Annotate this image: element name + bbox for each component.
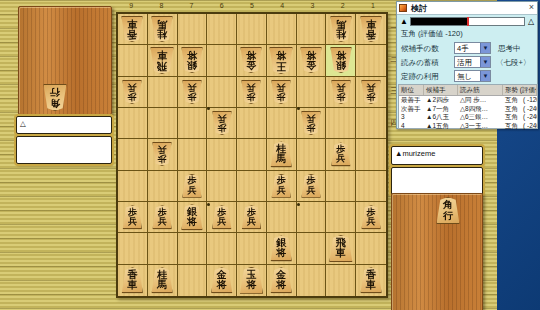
square-5五[interactable] bbox=[237, 139, 267, 170]
shogi-board[interactable]: 香車桂馬桂馬香車飛車銀将金将王将金将銀将歩兵歩兵歩兵歩兵歩兵歩兵歩兵歩兵歩兵桂馬… bbox=[116, 12, 388, 298]
gote-piece-歩兵[interactable]: 歩兵 bbox=[271, 80, 291, 104]
file-label-7: 7 bbox=[176, 1, 206, 11]
sente-piece-stand[interactable]: 角行 bbox=[391, 193, 483, 310]
gote-time-box bbox=[16, 136, 112, 164]
square-4六[interactable]: 歩兵 bbox=[267, 171, 297, 202]
sente-piece-玉将[interactable]: 玉将 bbox=[239, 267, 263, 294]
sente-name-plate: ▲murizeme bbox=[391, 146, 483, 165]
piece-kanji: 金将 bbox=[306, 50, 317, 71]
eval-value: ( -240) bbox=[523, 122, 537, 131]
gote-piece-歩兵[interactable]: 歩兵 bbox=[212, 111, 232, 135]
square-4四[interactable] bbox=[267, 108, 297, 139]
analysis-title-bar[interactable]: 検討 × bbox=[397, 2, 537, 15]
square-9一[interactable]: 香車 bbox=[118, 14, 148, 45]
square-1九[interactable]: 香車 bbox=[356, 265, 386, 296]
piece-kanji: 桂馬 bbox=[157, 19, 168, 40]
table-header-row: 順位 候補手 読み筋 形勢 (評価値) bbox=[399, 85, 537, 96]
move-cell: ▲2四歩 bbox=[424, 96, 458, 105]
sente-piece-歩兵[interactable]: 歩兵 bbox=[271, 174, 291, 198]
file-label-1: 1 bbox=[358, 1, 388, 11]
piece-kanji: 歩兵 bbox=[366, 82, 376, 101]
square-2二[interactable]: 銀将 bbox=[326, 45, 356, 76]
file-coordinates: 987654321 bbox=[116, 1, 388, 11]
piece-kanji: 歩兵 bbox=[217, 208, 227, 227]
evaluation-bar-fill bbox=[411, 18, 468, 25]
outlook-cell: 互角( -120) bbox=[503, 96, 537, 105]
square-4三[interactable]: 歩兵 bbox=[267, 77, 297, 108]
square-7六[interactable]: 歩兵 bbox=[178, 171, 208, 202]
piece-kanji: 歩兵 bbox=[276, 82, 286, 101]
square-8六[interactable] bbox=[148, 171, 178, 202]
thinking-status: 思考中 bbox=[498, 44, 521, 54]
square-6六[interactable] bbox=[207, 171, 237, 202]
gote-piece-銀将[interactable]: 銀将 bbox=[181, 47, 203, 73]
gote-name-label: △ bbox=[17, 117, 111, 128]
candidate-row[interactable]: 次善手▲7一角△8四飛…互角( -240) bbox=[399, 105, 537, 114]
piece-kanji: 王将 bbox=[276, 50, 287, 71]
reading-accum-label: 読みの蓄積 bbox=[401, 58, 439, 68]
square-2三[interactable]: 歩兵 bbox=[326, 77, 356, 108]
square-5一[interactable] bbox=[237, 14, 267, 45]
line-cell: △8四飛… bbox=[458, 105, 503, 114]
gote-piece-歩兵[interactable]: 歩兵 bbox=[122, 80, 142, 104]
table-body: 最善手▲2四歩△同 歩…互角( -120)次善手▲7一角△8四飛…互角( -24… bbox=[399, 96, 537, 130]
sente-piece-歩兵[interactable]: 歩兵 bbox=[212, 205, 232, 229]
sente-piece-飛車[interactable]: 飛車 bbox=[329, 235, 353, 262]
piece-kanji: 歩兵 bbox=[366, 208, 376, 227]
evaluation-marker bbox=[467, 17, 469, 26]
piece-kanji: 銀将 bbox=[186, 207, 197, 228]
piece-kanji: 香車 bbox=[127, 19, 138, 40]
gote-piece-歩兵[interactable]: 歩兵 bbox=[361, 80, 381, 104]
square-5七[interactable]: 歩兵 bbox=[237, 202, 267, 233]
square-9五[interactable] bbox=[118, 139, 148, 170]
sente-piece-歩兵[interactable]: 歩兵 bbox=[182, 174, 202, 198]
square-8四[interactable] bbox=[148, 108, 178, 139]
piece-kanji: 歩兵 bbox=[336, 82, 346, 101]
header-rank: 順位 bbox=[399, 85, 424, 95]
square-3一[interactable] bbox=[297, 14, 327, 45]
piece-kanji: 歩兵 bbox=[127, 82, 137, 101]
sente-piece-歩兵[interactable]: 歩兵 bbox=[361, 205, 381, 229]
piece-kanji: 銀将 bbox=[276, 238, 287, 259]
square-2一[interactable]: 桂馬 bbox=[326, 14, 356, 45]
square-7七[interactable]: 銀将 bbox=[178, 202, 208, 233]
square-3二[interactable]: 金将 bbox=[297, 45, 327, 76]
square-1六[interactable] bbox=[356, 171, 386, 202]
candidate-count-label: 候補手の数 bbox=[401, 44, 439, 54]
chevron-down-icon[interactable]: ▼ bbox=[480, 71, 490, 81]
candidate-count-value: 4手 bbox=[457, 44, 469, 54]
eval-value: ( -240) bbox=[523, 105, 537, 114]
gote-mark: △ bbox=[528, 16, 534, 27]
piece-kanji: 角行 bbox=[443, 200, 454, 221]
square-1三[interactable]: 歩兵 bbox=[356, 77, 386, 108]
piece-kanji: 歩兵 bbox=[306, 176, 316, 195]
assessment-text: 互角 (評価値 -120) bbox=[401, 29, 463, 39]
square-5六[interactable] bbox=[237, 171, 267, 202]
square-9三[interactable]: 歩兵 bbox=[118, 77, 148, 108]
gote-piece-歩兵[interactable]: 歩兵 bbox=[241, 80, 261, 104]
square-2九[interactable] bbox=[326, 265, 356, 296]
piece-kanji: 歩兵 bbox=[157, 145, 167, 164]
sente-piece-歩兵[interactable]: 歩兵 bbox=[241, 205, 261, 229]
square-1一[interactable]: 香車 bbox=[356, 14, 386, 45]
piece-kanji: 歩兵 bbox=[336, 145, 346, 164]
gote-piece-香車[interactable]: 香車 bbox=[360, 16, 382, 42]
app-icon bbox=[399, 4, 407, 12]
move-cell: ▲7一角 bbox=[424, 105, 458, 114]
piece-kanji: 歩兵 bbox=[127, 208, 137, 227]
square-6八[interactable] bbox=[207, 233, 237, 264]
sente-piece-香車[interactable]: 香車 bbox=[121, 267, 143, 293]
square-6一[interactable] bbox=[207, 14, 237, 45]
rank-cell: 次善手 bbox=[399, 105, 424, 114]
outlook-cell: 互角( -240) bbox=[503, 105, 537, 114]
square-6三[interactable] bbox=[207, 77, 237, 108]
sente-piece-歩兵[interactable]: 歩兵 bbox=[331, 142, 351, 166]
piece-kanji: 金将 bbox=[246, 50, 257, 71]
line-cell: △3一玉… bbox=[458, 122, 503, 131]
sente-piece-角行[interactable]: 角行 bbox=[436, 197, 460, 224]
square-1七[interactable]: 歩兵 bbox=[356, 202, 386, 233]
header-move: 候補手 bbox=[424, 85, 458, 95]
eval-value: ( -240) bbox=[523, 113, 537, 122]
square-9九[interactable]: 香車 bbox=[118, 265, 148, 296]
star-point bbox=[207, 203, 210, 206]
square-2五[interactable]: 歩兵 bbox=[326, 139, 356, 170]
square-7四[interactable] bbox=[178, 108, 208, 139]
square-4一[interactable] bbox=[267, 14, 297, 45]
chevron-down-icon[interactable]: ▼ bbox=[480, 57, 490, 67]
square-7五[interactable] bbox=[178, 139, 208, 170]
file-label-3: 3 bbox=[297, 1, 327, 11]
square-5三[interactable]: 歩兵 bbox=[237, 77, 267, 108]
square-1四[interactable] bbox=[356, 108, 386, 139]
square-9二[interactable] bbox=[118, 45, 148, 76]
square-4二[interactable]: 王将 bbox=[267, 45, 297, 76]
gote-piece-金将[interactable]: 金将 bbox=[300, 47, 322, 73]
square-6九[interactable]: 金将 bbox=[207, 265, 237, 296]
square-2八[interactable]: 飛車 bbox=[326, 233, 356, 264]
piece-kanji: 玉将 bbox=[246, 270, 257, 291]
square-3五[interactable] bbox=[297, 139, 327, 170]
square-7八[interactable] bbox=[178, 233, 208, 264]
file-label-2: 2 bbox=[328, 1, 358, 11]
square-3四[interactable]: 歩兵 bbox=[297, 108, 327, 139]
sente-mark: ▲ bbox=[400, 16, 408, 27]
gote-name-plate: △ bbox=[16, 116, 112, 134]
rank-cell: 4 bbox=[399, 122, 424, 131]
reading-accum-value: 活用 bbox=[457, 58, 472, 68]
file-label-6: 6 bbox=[207, 1, 237, 11]
sente-name-label: ▲murizeme bbox=[392, 147, 482, 158]
square-8七[interactable]: 歩兵 bbox=[148, 202, 178, 233]
square-9六[interactable] bbox=[118, 171, 148, 202]
piece-kanji: 歩兵 bbox=[306, 114, 316, 133]
square-4七[interactable] bbox=[267, 202, 297, 233]
piece-kanji: 歩兵 bbox=[276, 176, 286, 195]
square-1二[interactable] bbox=[356, 45, 386, 76]
square-5九[interactable]: 玉将 bbox=[237, 265, 267, 296]
square-7二[interactable]: 銀将 bbox=[178, 45, 208, 76]
piece-kanji: 角行 bbox=[50, 87, 61, 108]
square-4九[interactable]: 金将 bbox=[267, 265, 297, 296]
square-7三[interactable]: 歩兵 bbox=[178, 77, 208, 108]
sente-piece-金将[interactable]: 金将 bbox=[211, 267, 233, 293]
square-2七[interactable] bbox=[326, 202, 356, 233]
piece-kanji: 歩兵 bbox=[217, 114, 227, 133]
piece-kanji: 歩兵 bbox=[187, 82, 197, 101]
sente-piece-桂馬[interactable]: 桂馬 bbox=[270, 141, 292, 167]
rank-cell: 3 bbox=[399, 113, 424, 122]
piece-kanji: 銀将 bbox=[186, 50, 197, 71]
piece-kanji: 歩兵 bbox=[187, 176, 197, 195]
piece-kanji: 金将 bbox=[276, 270, 287, 291]
square-3七[interactable] bbox=[297, 202, 327, 233]
square-6七[interactable]: 歩兵 bbox=[207, 202, 237, 233]
move-cell: ▲1五角 bbox=[424, 122, 458, 131]
gote-piece-金将[interactable]: 金将 bbox=[240, 47, 262, 73]
sente-piece-歩兵[interactable]: 歩兵 bbox=[152, 205, 172, 229]
candidate-row[interactable]: 最善手▲2四歩△同 歩…互角( -120) bbox=[399, 96, 537, 105]
outlook-cell: 互角( -240) bbox=[503, 122, 537, 131]
square-4五[interactable]: 桂馬 bbox=[267, 139, 297, 170]
gote-piece-飛車[interactable]: 飛車 bbox=[150, 47, 174, 74]
square-8二[interactable]: 飛車 bbox=[148, 45, 178, 76]
evaluation-bar-row: ▲ △ bbox=[397, 16, 537, 27]
square-3八[interactable] bbox=[297, 233, 327, 264]
piece-kanji: 桂馬 bbox=[276, 144, 287, 165]
sente-piece-銀将[interactable]: 銀将 bbox=[181, 204, 203, 230]
square-9八[interactable] bbox=[118, 233, 148, 264]
piece-kanji: 金将 bbox=[216, 270, 227, 291]
file-label-4: 4 bbox=[267, 1, 297, 11]
square-4八[interactable]: 銀将 bbox=[267, 233, 297, 264]
square-3六[interactable]: 歩兵 bbox=[297, 171, 327, 202]
sente-piece-金将[interactable]: 金将 bbox=[270, 267, 292, 293]
reading-accum-dropdown[interactable]: 活用 ▼ bbox=[454, 56, 491, 68]
file-label-9: 9 bbox=[116, 1, 146, 11]
candidate-row[interactable]: 4▲1五角△3一玉…互角( -240) bbox=[399, 122, 537, 131]
square-6五[interactable] bbox=[207, 139, 237, 170]
piece-kanji: 飛車 bbox=[335, 238, 346, 259]
joseki-value: 無し bbox=[457, 72, 472, 82]
square-8一[interactable]: 桂馬 bbox=[148, 14, 178, 45]
square-3九[interactable] bbox=[297, 265, 327, 296]
piece-kanji: 歩兵 bbox=[157, 208, 167, 227]
piece-kanji: 桂馬 bbox=[335, 19, 346, 40]
strength-label: 〈七段+〉 bbox=[496, 58, 530, 68]
line-cell: △6三銀… bbox=[458, 113, 503, 122]
gote-piece-角行[interactable]: 角行 bbox=[43, 84, 67, 111]
piece-kanji: 香車 bbox=[366, 270, 377, 291]
square-9七[interactable]: 歩兵 bbox=[118, 202, 148, 233]
piece-kanji: 歩兵 bbox=[246, 82, 256, 101]
gote-piece-香車[interactable]: 香車 bbox=[121, 16, 143, 42]
gote-piece-王将[interactable]: 王将 bbox=[269, 47, 293, 74]
gote-piece-桂馬[interactable]: 桂馬 bbox=[330, 16, 352, 42]
eval-value: ( -120) bbox=[523, 96, 537, 105]
joseki-row: 定跡の利用 無し ▼ bbox=[397, 70, 537, 83]
header-outlook: 形勢 (評価値) bbox=[503, 85, 537, 95]
outlook-text: 互角 bbox=[505, 105, 523, 114]
analysis-title: 検討 bbox=[411, 3, 427, 14]
analysis-window: 検討 × ▲ △ 互角 (評価値 -120) 候補手の数 4手 ▼ 読みの蓄積 … bbox=[396, 1, 538, 129]
square-5八[interactable] bbox=[237, 233, 267, 264]
gote-piece-歩兵[interactable]: 歩兵 bbox=[152, 142, 172, 166]
sente-piece-香車[interactable]: 香車 bbox=[360, 267, 382, 293]
piece-kanji: 歩兵 bbox=[246, 208, 256, 227]
candidate-row[interactable]: 3▲6八玉△6三銀…互角( -240) bbox=[399, 113, 537, 122]
square-7九[interactable] bbox=[178, 265, 208, 296]
move-cell: ▲6八玉 bbox=[424, 113, 458, 122]
line-cell: △同 歩… bbox=[458, 96, 503, 105]
piece-kanji: 飛車 bbox=[157, 50, 168, 71]
gote-piece-歩兵[interactable]: 歩兵 bbox=[182, 80, 202, 104]
gote-piece-歩兵[interactable]: 歩兵 bbox=[301, 111, 321, 135]
outlook-cell: 互角( -240) bbox=[503, 113, 537, 122]
file-label-5: 5 bbox=[237, 1, 267, 11]
chevron-down-icon[interactable]: ▼ bbox=[480, 43, 490, 53]
sente-piece-銀将[interactable]: 銀将 bbox=[270, 235, 292, 261]
square-1五[interactable] bbox=[356, 139, 386, 170]
outlook-text: 互角 bbox=[505, 122, 523, 131]
evaluation-bar bbox=[410, 17, 525, 26]
square-9四[interactable] bbox=[118, 108, 148, 139]
gote-piece-桂馬[interactable]: 桂馬 bbox=[151, 16, 173, 42]
square-2六[interactable] bbox=[326, 171, 356, 202]
piece-kanji: 桂馬 bbox=[157, 270, 168, 291]
piece-kanji: 香車 bbox=[127, 270, 138, 291]
square-1八[interactable] bbox=[356, 233, 386, 264]
sente-piece-桂馬[interactable]: 桂馬 bbox=[151, 267, 173, 293]
desktop: 角行 △ 987654321 一二三四五六七八九 香車桂馬桂馬香車飛車銀将金将王… bbox=[0, 0, 540, 310]
candidate-count-dropdown[interactable]: 4手 ▼ bbox=[454, 42, 491, 54]
file-label-8: 8 bbox=[146, 1, 176, 11]
square-8三[interactable] bbox=[148, 77, 178, 108]
piece-kanji: 香車 bbox=[366, 19, 377, 40]
candidate-moves-table[interactable]: 順位 候補手 読み筋 形勢 (評価値) 最善手▲2四歩△同 歩…互角( -120… bbox=[398, 84, 538, 129]
square-5四[interactable] bbox=[237, 108, 267, 139]
square-8八[interactable] bbox=[148, 233, 178, 264]
outlook-text: 互角 bbox=[505, 96, 523, 105]
rank-cell: 最善手 bbox=[399, 96, 424, 105]
close-icon[interactable]: × bbox=[529, 2, 534, 13]
outlook-text: 互角 bbox=[505, 113, 523, 122]
square-3三[interactable] bbox=[297, 77, 327, 108]
sente-time-box bbox=[391, 167, 483, 195]
square-6四[interactable]: 歩兵 bbox=[207, 108, 237, 139]
gote-piece-stand[interactable]: 角行 bbox=[18, 6, 112, 115]
square-7一[interactable] bbox=[178, 14, 208, 45]
square-8九[interactable]: 桂馬 bbox=[148, 265, 178, 296]
square-8五[interactable]: 歩兵 bbox=[148, 139, 178, 170]
sente-piece-歩兵[interactable]: 歩兵 bbox=[122, 205, 142, 229]
joseki-label: 定跡の利用 bbox=[401, 72, 439, 82]
header-line: 読み筋 bbox=[458, 85, 503, 95]
square-2四[interactable] bbox=[326, 108, 356, 139]
sente-piece-歩兵[interactable]: 歩兵 bbox=[301, 174, 321, 198]
gote-piece-銀将[interactable]: 銀将 bbox=[330, 47, 352, 73]
gote-piece-歩兵[interactable]: 歩兵 bbox=[331, 80, 351, 104]
square-5二[interactable]: 金将 bbox=[237, 45, 267, 76]
joseki-dropdown[interactable]: 無し ▼ bbox=[454, 70, 491, 82]
square-6二[interactable] bbox=[207, 45, 237, 76]
piece-kanji: 銀将 bbox=[335, 50, 346, 71]
